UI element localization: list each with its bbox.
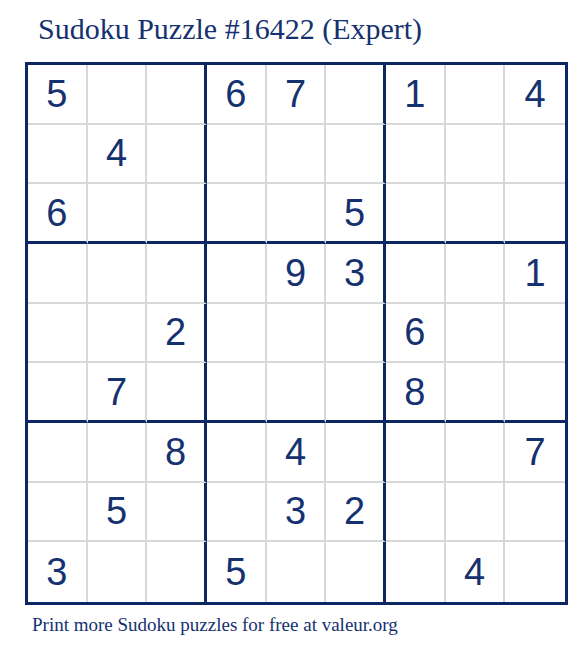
cell-r9c5[interactable] — [267, 542, 327, 602]
cell-r7c1[interactable] — [28, 423, 88, 483]
cell-r7c9[interactable]: 7 — [505, 423, 565, 483]
cell-r8c7[interactable] — [386, 483, 446, 543]
cell-r7c2[interactable] — [88, 423, 148, 483]
cell-r1c3[interactable] — [147, 65, 207, 125]
cell-r2c9[interactable] — [505, 125, 565, 185]
cell-r3c3[interactable] — [147, 184, 207, 244]
cell-r4c7[interactable] — [386, 244, 446, 304]
cell-r9c4[interactable]: 5 — [207, 542, 267, 602]
cell-r5c3[interactable]: 2 — [147, 304, 207, 364]
cell-r4c9[interactable]: 1 — [505, 244, 565, 304]
cell-r3c1[interactable]: 6 — [28, 184, 88, 244]
cell-r2c1[interactable] — [28, 125, 88, 185]
cell-r1c4[interactable]: 6 — [207, 65, 267, 125]
cell-r6c1[interactable] — [28, 363, 88, 423]
cell-r3c7[interactable] — [386, 184, 446, 244]
cell-r4c1[interactable] — [28, 244, 88, 304]
cell-r9c1[interactable]: 3 — [28, 542, 88, 602]
cell-r2c4[interactable] — [207, 125, 267, 185]
cell-r5c5[interactable] — [267, 304, 327, 364]
cell-r2c8[interactable] — [446, 125, 506, 185]
cell-r1c6[interactable] — [326, 65, 386, 125]
cell-r7c5[interactable]: 4 — [267, 423, 327, 483]
cell-r8c3[interactable] — [147, 483, 207, 543]
cell-r7c8[interactable] — [446, 423, 506, 483]
cell-r8c2[interactable]: 5 — [88, 483, 148, 543]
cell-r8c4[interactable] — [207, 483, 267, 543]
cell-r6c6[interactable] — [326, 363, 386, 423]
cell-r7c3[interactable]: 8 — [147, 423, 207, 483]
cell-r4c5[interactable]: 9 — [267, 244, 327, 304]
cell-r2c7[interactable] — [386, 125, 446, 185]
cell-r5c9[interactable] — [505, 304, 565, 364]
footer-text: Print more Sudoku puzzles for free at va… — [32, 614, 398, 636]
cell-r9c2[interactable] — [88, 542, 148, 602]
cell-r6c4[interactable] — [207, 363, 267, 423]
cell-r3c6[interactable]: 5 — [326, 184, 386, 244]
cell-r9c3[interactable] — [147, 542, 207, 602]
cell-r8c5[interactable]: 3 — [267, 483, 327, 543]
cell-r2c2[interactable]: 4 — [88, 125, 148, 185]
cell-r8c1[interactable] — [28, 483, 88, 543]
cell-r6c3[interactable] — [147, 363, 207, 423]
cell-r4c6[interactable]: 3 — [326, 244, 386, 304]
cell-r2c3[interactable] — [147, 125, 207, 185]
cell-r4c2[interactable] — [88, 244, 148, 304]
cell-r7c4[interactable] — [207, 423, 267, 483]
cell-r6c7[interactable]: 8 — [386, 363, 446, 423]
cell-r9c8[interactable]: 4 — [446, 542, 506, 602]
cell-r7c6[interactable] — [326, 423, 386, 483]
cell-r4c8[interactable] — [446, 244, 506, 304]
cell-r1c1[interactable]: 5 — [28, 65, 88, 125]
cell-r4c4[interactable] — [207, 244, 267, 304]
cell-r8c6[interactable]: 2 — [326, 483, 386, 543]
cell-r6c8[interactable] — [446, 363, 506, 423]
cell-r1c2[interactable] — [88, 65, 148, 125]
sudoku-board: 567144659312678847532354 — [25, 62, 568, 605]
cell-r7c7[interactable] — [386, 423, 446, 483]
cell-r3c8[interactable] — [446, 184, 506, 244]
cell-r6c2[interactable]: 7 — [88, 363, 148, 423]
cell-r5c1[interactable] — [28, 304, 88, 364]
sudoku-page: Sudoku Puzzle #16422 (Expert) 5671446593… — [0, 0, 580, 651]
cell-r6c5[interactable] — [267, 363, 327, 423]
cell-r8c8[interactable] — [446, 483, 506, 543]
cell-r2c5[interactable] — [267, 125, 327, 185]
cell-r9c7[interactable] — [386, 542, 446, 602]
cell-r1c8[interactable] — [446, 65, 506, 125]
puzzle-title: Sudoku Puzzle #16422 (Expert) — [38, 12, 422, 46]
cell-r4c3[interactable] — [147, 244, 207, 304]
cell-r9c9[interactable] — [505, 542, 565, 602]
cell-r1c9[interactable]: 4 — [505, 65, 565, 125]
cell-r5c6[interactable] — [326, 304, 386, 364]
cell-r5c8[interactable] — [446, 304, 506, 364]
cell-r5c7[interactable]: 6 — [386, 304, 446, 364]
cell-r6c9[interactable] — [505, 363, 565, 423]
cell-r5c4[interactable] — [207, 304, 267, 364]
cell-r2c6[interactable] — [326, 125, 386, 185]
cell-r8c9[interactable] — [505, 483, 565, 543]
cell-r5c2[interactable] — [88, 304, 148, 364]
cell-r9c6[interactable] — [326, 542, 386, 602]
cell-r3c2[interactable] — [88, 184, 148, 244]
cell-r1c5[interactable]: 7 — [267, 65, 327, 125]
cell-r1c7[interactable]: 1 — [386, 65, 446, 125]
cell-r3c9[interactable] — [505, 184, 565, 244]
cell-r3c4[interactable] — [207, 184, 267, 244]
cell-r3c5[interactable] — [267, 184, 327, 244]
